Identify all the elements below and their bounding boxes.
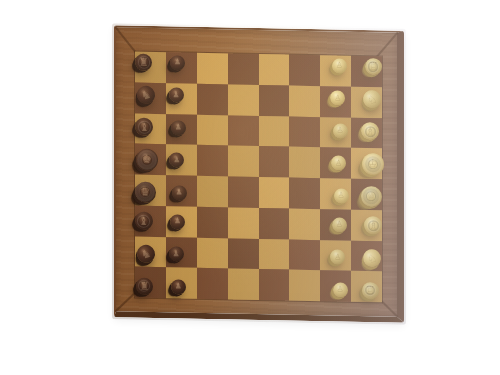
black-pawn-glyph: ♟	[174, 59, 181, 67]
square-f7[interactable]: ♟	[166, 114, 197, 145]
white-pawn[interactable]: ♙	[331, 156, 346, 171]
white-pawn-glyph: ♙	[337, 127, 344, 135]
white-knight-glyph: ♘	[365, 92, 378, 105]
black-pawn-glyph: ♟	[173, 156, 180, 164]
black-pawn-glyph: ♟	[175, 283, 182, 291]
square-g8[interactable]: ♞	[135, 82, 166, 113]
square-g5[interactable]	[228, 84, 259, 115]
white-pawn[interactable]: ♙	[334, 188, 349, 203]
white-knight[interactable]: ♘	[360, 88, 383, 110]
square-f3[interactable]	[289, 116, 320, 147]
white-knight-glyph: ♘	[365, 251, 378, 264]
white-pawn-glyph: ♙	[334, 94, 341, 102]
square-g1[interactable]: ♘	[351, 87, 382, 118]
frame-miter-top-right	[375, 32, 398, 59]
white-pawn-glyph: ♙	[336, 62, 343, 70]
square-g4[interactable]	[259, 85, 290, 116]
white-pawn[interactable]: ♙	[332, 217, 347, 232]
square-d7[interactable]: ♟	[166, 175, 197, 206]
square-e4[interactable]	[259, 146, 290, 177]
white-queen[interactable]: ♕	[361, 186, 382, 207]
square-f2[interactable]: ♙	[320, 117, 351, 148]
white-pawn-glyph: ♙	[336, 221, 343, 229]
black-pawn[interactable]: ♟	[170, 214, 185, 229]
black-rook-glyph: ♜	[139, 280, 149, 291]
square-h2[interactable]: ♙	[320, 55, 351, 86]
black-pawn[interactable]: ♟	[169, 88, 184, 103]
black-pawn-glyph: ♟	[174, 218, 181, 226]
black-bishop[interactable]: ♝	[135, 212, 153, 230]
square-b7[interactable]: ♟	[166, 237, 197, 268]
white-rook[interactable]: ♖	[365, 58, 382, 75]
black-pawn[interactable]: ♟	[170, 55, 185, 70]
square-b1[interactable]: ♘	[351, 240, 382, 271]
black-king-glyph: ♚	[142, 154, 152, 165]
square-d5[interactable]	[228, 176, 259, 207]
white-pawn-glyph: ♙	[334, 253, 341, 261]
black-bishop[interactable]: ♝	[135, 118, 153, 136]
square-f6[interactable]	[197, 114, 228, 145]
square-d2[interactable]: ♙	[320, 178, 351, 209]
square-h3[interactable]	[289, 55, 320, 86]
square-c3[interactable]	[289, 208, 320, 239]
square-h8[interactable]: ♜	[135, 52, 166, 83]
square-h5[interactable]	[228, 53, 259, 84]
square-h1[interactable]: ♖	[351, 56, 382, 87]
white-pawn[interactable]: ♙	[332, 58, 347, 73]
black-queen-glyph: ♛	[140, 187, 150, 198]
square-a7[interactable]: ♟	[166, 267, 197, 298]
square-a2[interactable]: ♙	[320, 270, 351, 301]
square-a1[interactable]: ♖	[351, 271, 382, 302]
black-pawn[interactable]: ♟	[172, 185, 187, 200]
square-a6[interactable]	[197, 268, 228, 299]
square-d4[interactable]	[259, 177, 290, 208]
black-queen[interactable]: ♛	[135, 181, 156, 202]
chess-board: ♜♟♙♖♞♟♙♘♝♟♙♗♚♟♙♔♛♟♙♕♝♟♙♗♞♟♙♘♜♟♙♖	[114, 25, 404, 323]
square-b4[interactable]	[259, 238, 290, 269]
square-c1[interactable]: ♗	[351, 210, 382, 241]
square-g7[interactable]: ♟	[166, 83, 197, 114]
black-rook[interactable]: ♜	[135, 54, 152, 71]
white-bishop-glyph: ♗	[365, 126, 375, 137]
square-c4[interactable]	[259, 208, 290, 239]
white-king-glyph: ♔	[368, 158, 378, 169]
square-a4[interactable]	[259, 269, 290, 300]
white-rook-glyph: ♖	[365, 285, 375, 296]
white-pawn[interactable]: ♙	[333, 123, 348, 138]
black-rook-glyph: ♜	[139, 57, 149, 68]
square-e5[interactable]	[228, 146, 259, 177]
white-queen-glyph: ♕	[366, 191, 376, 202]
white-pawn[interactable]: ♙	[330, 91, 345, 106]
frame-miter-bottom-left	[115, 291, 137, 312]
black-pawn[interactable]: ♟	[171, 120, 186, 135]
square-e8[interactable]: ♚	[135, 144, 166, 175]
square-a5[interactable]	[228, 269, 259, 300]
black-pawn[interactable]: ♟	[169, 153, 184, 168]
white-rook-glyph: ♖	[368, 61, 378, 72]
black-pawn[interactable]: ♟	[171, 279, 186, 294]
square-a3[interactable]	[289, 270, 320, 301]
black-knight-glyph: ♞	[140, 88, 153, 101]
black-pawn-glyph: ♟	[172, 91, 179, 99]
white-pawn-glyph: ♙	[337, 286, 344, 294]
square-c5[interactable]	[228, 207, 259, 238]
square-f1[interactable]: ♗	[351, 117, 382, 148]
square-d3[interactable]	[289, 178, 320, 209]
square-a8[interactable]: ♜	[135, 267, 166, 298]
square-d8[interactable]: ♛	[135, 175, 166, 206]
square-e1[interactable]: ♔	[351, 148, 382, 179]
white-pawn-glyph: ♙	[337, 192, 344, 200]
white-king[interactable]: ♔	[362, 153, 384, 175]
square-f8[interactable]: ♝	[135, 113, 166, 144]
square-c2[interactable]: ♙	[320, 209, 351, 240]
white-bishop[interactable]: ♗	[364, 216, 382, 234]
square-e2[interactable]: ♙	[320, 147, 351, 178]
square-b5[interactable]	[228, 238, 259, 269]
square-d6[interactable]	[197, 176, 228, 207]
square-f4[interactable]	[259, 115, 290, 146]
product-photo-canvas: ♜♟♙♖♞♟♙♘♝♟♙♗♚♟♙♔♛♟♙♕♝♟♙♗♞♟♙♘♜♟♙♖	[0, 0, 500, 375]
square-g3[interactable]	[289, 85, 320, 116]
square-b2[interactable]: ♙	[320, 240, 351, 271]
black-knight[interactable]: ♞	[135, 242, 158, 264]
white-pawn[interactable]: ♙	[333, 282, 348, 297]
white-pawn[interactable]: ♙	[330, 250, 345, 265]
black-pawn-glyph: ♟	[172, 250, 179, 258]
black-pawn[interactable]: ♟	[169, 246, 184, 261]
square-b6[interactable]	[197, 237, 228, 268]
black-king[interactable]: ♚	[136, 148, 158, 170]
square-g6[interactable]	[197, 84, 228, 115]
square-e3[interactable]	[289, 147, 320, 178]
square-h7[interactable]: ♟	[166, 52, 197, 83]
black-knight[interactable]: ♞	[135, 84, 158, 106]
white-bishop-glyph: ♗	[368, 220, 378, 231]
white-knight[interactable]: ♘	[360, 247, 383, 269]
square-h4[interactable]	[259, 54, 290, 85]
square-h6[interactable]	[197, 53, 228, 84]
black-pawn-glyph: ♟	[176, 189, 183, 197]
square-b8[interactable]: ♞	[135, 236, 166, 267]
black-knight-glyph: ♞	[140, 247, 153, 260]
white-pawn-glyph: ♙	[335, 159, 342, 167]
white-rook[interactable]: ♖	[362, 282, 379, 299]
square-e7[interactable]: ♟	[166, 144, 197, 175]
square-g2[interactable]: ♙	[320, 86, 351, 117]
black-pawn-glyph: ♟	[175, 124, 182, 132]
square-c7[interactable]: ♟	[166, 206, 197, 237]
square-b3[interactable]	[289, 239, 320, 270]
board-grid: ♜♟♙♖♞♟♙♘♝♟♙♗♚♟♙♔♛♟♙♕♝♟♙♗♞♟♙♘♜♟♙♖	[135, 52, 382, 303]
black-bishop-glyph: ♝	[139, 122, 149, 133]
black-bishop-glyph: ♝	[139, 215, 149, 226]
square-c6[interactable]	[197, 207, 228, 238]
white-bishop[interactable]: ♗	[361, 122, 379, 140]
black-rook[interactable]: ♜	[136, 277, 153, 294]
square-d1[interactable]: ♕	[351, 179, 382, 210]
square-c8[interactable]: ♝	[135, 205, 166, 236]
frame-miter-top-left	[114, 26, 137, 54]
square-e6[interactable]	[197, 145, 228, 176]
square-f5[interactable]	[228, 115, 259, 146]
